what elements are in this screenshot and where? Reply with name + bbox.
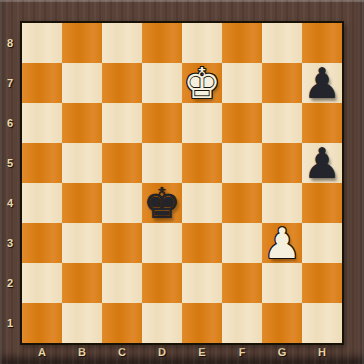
square-h8[interactable] [302, 23, 342, 63]
square-e7[interactable]: ♚ [182, 63, 222, 103]
square-g5[interactable] [262, 143, 302, 183]
square-f4[interactable] [222, 183, 262, 223]
square-a8[interactable] [22, 23, 62, 63]
square-h2[interactable] [302, 263, 342, 303]
square-c5[interactable] [102, 143, 142, 183]
file-label-b: B [62, 344, 102, 360]
file-label-e: E [182, 344, 222, 360]
square-h7[interactable]: ♟ [302, 63, 342, 103]
file-label-d: D [142, 344, 182, 360]
square-e1[interactable] [182, 303, 222, 343]
square-d2[interactable] [142, 263, 182, 303]
square-a7[interactable] [22, 63, 62, 103]
square-h6[interactable] [302, 103, 342, 143]
square-g8[interactable] [262, 23, 302, 63]
square-a2[interactable] [22, 263, 62, 303]
rank-label-4: 4 [0, 183, 20, 223]
black-pawn-piece: ♟ [303, 64, 341, 104]
rank-label-8: 8 [0, 23, 20, 63]
square-d6[interactable] [142, 103, 182, 143]
rank-label-5: 5 [0, 143, 20, 183]
square-c6[interactable] [102, 103, 142, 143]
square-d4[interactable]: ♚ [142, 183, 182, 223]
square-f3[interactable] [222, 223, 262, 263]
square-c4[interactable] [102, 183, 142, 223]
square-e8[interactable] [182, 23, 222, 63]
square-c1[interactable] [102, 303, 142, 343]
square-g7[interactable] [262, 63, 302, 103]
square-b2[interactable] [62, 263, 102, 303]
file-label-a: A [22, 344, 62, 360]
square-a3[interactable] [22, 223, 62, 263]
square-b4[interactable] [62, 183, 102, 223]
rank-label-1: 1 [0, 303, 20, 343]
square-d7[interactable] [142, 63, 182, 103]
square-d1[interactable] [142, 303, 182, 343]
file-label-h: H [302, 344, 342, 360]
rank-labels: 87654321 [0, 23, 20, 343]
square-e6[interactable] [182, 103, 222, 143]
file-labels: ABCDEFGH [22, 344, 342, 360]
square-c3[interactable] [102, 223, 142, 263]
square-f2[interactable] [222, 263, 262, 303]
square-g3[interactable]: ♟ [262, 223, 302, 263]
square-g2[interactable] [262, 263, 302, 303]
chess-board-frame: 87654321 ABCDEFGH ♚♟♟♚♟ [0, 0, 364, 364]
square-f7[interactable] [222, 63, 262, 103]
square-g6[interactable] [262, 103, 302, 143]
square-f6[interactable] [222, 103, 262, 143]
square-f1[interactable] [222, 303, 262, 343]
rank-label-6: 6 [0, 103, 20, 143]
square-e3[interactable] [182, 223, 222, 263]
black-king-piece: ♚ [143, 184, 181, 224]
rank-label-2: 2 [0, 263, 20, 303]
square-a4[interactable] [22, 183, 62, 223]
square-c7[interactable] [102, 63, 142, 103]
file-label-c: C [102, 344, 142, 360]
square-a1[interactable] [22, 303, 62, 343]
square-d8[interactable] [142, 23, 182, 63]
square-b1[interactable] [62, 303, 102, 343]
square-b7[interactable] [62, 63, 102, 103]
file-label-g: G [262, 344, 302, 360]
square-c8[interactable] [102, 23, 142, 63]
square-h1[interactable] [302, 303, 342, 343]
square-a5[interactable] [22, 143, 62, 183]
rank-label-3: 3 [0, 223, 20, 263]
square-g4[interactable] [262, 183, 302, 223]
square-b6[interactable] [62, 103, 102, 143]
chess-board: ♚♟♟♚♟ [20, 21, 344, 345]
square-b8[interactable] [62, 23, 102, 63]
black-pawn-piece: ♟ [303, 144, 341, 184]
rank-label-7: 7 [0, 63, 20, 103]
square-g1[interactable] [262, 303, 302, 343]
square-a6[interactable] [22, 103, 62, 143]
square-b5[interactable] [62, 143, 102, 183]
square-h4[interactable] [302, 183, 342, 223]
square-e4[interactable] [182, 183, 222, 223]
square-f5[interactable] [222, 143, 262, 183]
white-pawn-piece: ♟ [263, 224, 301, 264]
square-e5[interactable] [182, 143, 222, 183]
square-b3[interactable] [62, 223, 102, 263]
square-h3[interactable] [302, 223, 342, 263]
white-king-piece: ♚ [183, 64, 221, 104]
square-d3[interactable] [142, 223, 182, 263]
file-label-f: F [222, 344, 262, 360]
square-e2[interactable] [182, 263, 222, 303]
square-c2[interactable] [102, 263, 142, 303]
square-f8[interactable] [222, 23, 262, 63]
square-h5[interactable]: ♟ [302, 143, 342, 183]
square-d5[interactable] [142, 143, 182, 183]
